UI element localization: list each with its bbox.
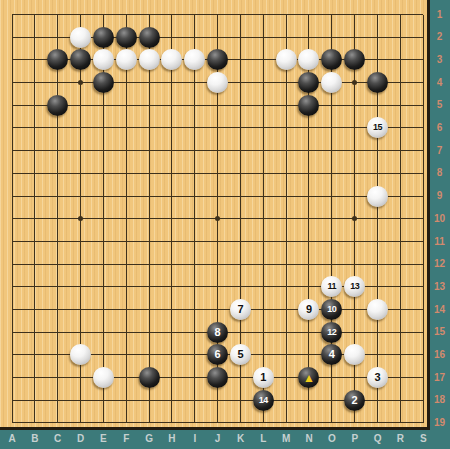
point-E6[interactable] [92, 117, 115, 140]
point-M8[interactable] [275, 162, 298, 185]
point-B13[interactable] [23, 275, 46, 298]
point-Q11[interactable] [366, 230, 389, 253]
point-O9[interactable] [320, 185, 343, 208]
point-L1[interactable] [252, 3, 275, 26]
point-I7[interactable] [183, 139, 206, 162]
point-L12[interactable] [252, 253, 275, 276]
point-N3[interactable] [298, 49, 321, 72]
point-R17[interactable] [389, 366, 412, 389]
point-N17[interactable]: ▲ [298, 366, 321, 389]
point-B4[interactable] [23, 71, 46, 94]
point-D13[interactable] [69, 275, 92, 298]
point-R16[interactable] [389, 344, 412, 367]
point-M6[interactable] [275, 117, 298, 140]
point-R9[interactable] [389, 185, 412, 208]
point-S10[interactable] [412, 207, 430, 230]
point-J19[interactable] [206, 412, 229, 430]
point-I9[interactable] [183, 185, 206, 208]
point-R2[interactable] [389, 26, 412, 49]
point-P14[interactable] [343, 298, 366, 321]
point-L10[interactable] [252, 207, 275, 230]
point-K3[interactable] [229, 49, 252, 72]
point-N14[interactable]: 9 [298, 298, 321, 321]
point-A6[interactable] [1, 117, 24, 140]
point-C10[interactable] [46, 207, 69, 230]
point-M17[interactable] [275, 366, 298, 389]
point-L8[interactable] [252, 162, 275, 185]
point-N7[interactable] [298, 139, 321, 162]
point-F14[interactable] [115, 298, 138, 321]
point-C3[interactable] [46, 49, 69, 72]
point-O11[interactable] [320, 230, 343, 253]
point-P19[interactable] [343, 412, 366, 430]
point-S8[interactable] [412, 162, 430, 185]
point-F12[interactable] [115, 253, 138, 276]
point-R7[interactable] [389, 139, 412, 162]
point-E10[interactable] [92, 207, 115, 230]
point-E4[interactable] [92, 71, 115, 94]
point-G1[interactable] [138, 3, 161, 26]
point-Q9[interactable] [366, 185, 389, 208]
point-M12[interactable] [275, 253, 298, 276]
point-I14[interactable] [183, 298, 206, 321]
point-G4[interactable] [138, 71, 161, 94]
point-P6[interactable] [343, 117, 366, 140]
point-G17[interactable] [138, 366, 161, 389]
point-A12[interactable] [1, 253, 24, 276]
point-R5[interactable] [389, 94, 412, 117]
point-J7[interactable] [206, 139, 229, 162]
point-O6[interactable] [320, 117, 343, 140]
point-H2[interactable] [161, 26, 184, 49]
point-M11[interactable] [275, 230, 298, 253]
point-G18[interactable] [138, 389, 161, 412]
point-L16[interactable] [252, 344, 275, 367]
point-C11[interactable] [46, 230, 69, 253]
point-N15[interactable] [298, 321, 321, 344]
point-A16[interactable] [1, 344, 24, 367]
point-L2[interactable] [252, 26, 275, 49]
point-E14[interactable] [92, 298, 115, 321]
point-K14[interactable]: 7 [229, 298, 252, 321]
point-K17[interactable] [229, 366, 252, 389]
point-K2[interactable] [229, 26, 252, 49]
point-B16[interactable] [23, 344, 46, 367]
point-I18[interactable] [183, 389, 206, 412]
point-R1[interactable] [389, 3, 412, 26]
point-D8[interactable] [69, 162, 92, 185]
point-O15[interactable]: 12 [320, 321, 343, 344]
point-Q12[interactable] [366, 253, 389, 276]
point-E15[interactable] [92, 321, 115, 344]
point-Q8[interactable] [366, 162, 389, 185]
point-F4[interactable] [115, 71, 138, 94]
point-E13[interactable] [92, 275, 115, 298]
point-J9[interactable] [206, 185, 229, 208]
point-H10[interactable] [161, 207, 184, 230]
point-L13[interactable] [252, 275, 275, 298]
point-R14[interactable] [389, 298, 412, 321]
point-C12[interactable] [46, 253, 69, 276]
point-I1[interactable] [183, 3, 206, 26]
point-G12[interactable] [138, 253, 161, 276]
point-C1[interactable] [46, 3, 69, 26]
point-B19[interactable] [23, 412, 46, 430]
point-S18[interactable] [412, 389, 430, 412]
point-N8[interactable] [298, 162, 321, 185]
point-A3[interactable] [1, 49, 24, 72]
point-Q18[interactable] [366, 389, 389, 412]
point-K16[interactable]: 5 [229, 344, 252, 367]
point-P8[interactable] [343, 162, 366, 185]
point-L5[interactable] [252, 94, 275, 117]
point-G19[interactable] [138, 412, 161, 430]
point-D4[interactable] [69, 71, 92, 94]
point-E18[interactable] [92, 389, 115, 412]
point-K10[interactable] [229, 207, 252, 230]
point-Q5[interactable] [366, 94, 389, 117]
point-K18[interactable] [229, 389, 252, 412]
point-S12[interactable] [412, 253, 430, 276]
point-O4[interactable] [320, 71, 343, 94]
point-H12[interactable] [161, 253, 184, 276]
point-I11[interactable] [183, 230, 206, 253]
point-N6[interactable] [298, 117, 321, 140]
point-J8[interactable] [206, 162, 229, 185]
point-H16[interactable] [161, 344, 184, 367]
point-F3[interactable] [115, 49, 138, 72]
point-S3[interactable] [412, 49, 430, 72]
point-H14[interactable] [161, 298, 184, 321]
point-D19[interactable] [69, 412, 92, 430]
point-H5[interactable] [161, 94, 184, 117]
point-O16[interactable]: 4 [320, 344, 343, 367]
point-Q6[interactable]: 15 [366, 117, 389, 140]
point-E17[interactable] [92, 366, 115, 389]
point-D10[interactable] [69, 207, 92, 230]
point-R8[interactable] [389, 162, 412, 185]
point-C8[interactable] [46, 162, 69, 185]
point-L19[interactable] [252, 412, 275, 430]
point-C13[interactable] [46, 275, 69, 298]
point-G10[interactable] [138, 207, 161, 230]
point-F10[interactable] [115, 207, 138, 230]
point-D1[interactable] [69, 3, 92, 26]
point-Q14[interactable] [366, 298, 389, 321]
point-J5[interactable] [206, 94, 229, 117]
point-O18[interactable] [320, 389, 343, 412]
point-G6[interactable] [138, 117, 161, 140]
point-D9[interactable] [69, 185, 92, 208]
point-P15[interactable] [343, 321, 366, 344]
point-H1[interactable] [161, 3, 184, 26]
point-P7[interactable] [343, 139, 366, 162]
point-J15[interactable]: 8 [206, 321, 229, 344]
point-N18[interactable] [298, 389, 321, 412]
point-A5[interactable] [1, 94, 24, 117]
point-S1[interactable] [412, 3, 430, 26]
point-L3[interactable] [252, 49, 275, 72]
point-E7[interactable] [92, 139, 115, 162]
point-E5[interactable] [92, 94, 115, 117]
point-R4[interactable] [389, 71, 412, 94]
point-S19[interactable] [412, 412, 430, 430]
point-S5[interactable] [412, 94, 430, 117]
point-I13[interactable] [183, 275, 206, 298]
point-R18[interactable] [389, 389, 412, 412]
point-K13[interactable] [229, 275, 252, 298]
point-F2[interactable] [115, 26, 138, 49]
point-M18[interactable] [275, 389, 298, 412]
point-S11[interactable] [412, 230, 430, 253]
point-S14[interactable] [412, 298, 430, 321]
point-D15[interactable] [69, 321, 92, 344]
point-P13[interactable]: 13 [343, 275, 366, 298]
point-N1[interactable] [298, 3, 321, 26]
point-Q15[interactable] [366, 321, 389, 344]
point-J16[interactable]: 6 [206, 344, 229, 367]
point-O8[interactable] [320, 162, 343, 185]
point-M15[interactable] [275, 321, 298, 344]
point-J4[interactable] [206, 71, 229, 94]
point-Q17[interactable]: 3 [366, 366, 389, 389]
point-G8[interactable] [138, 162, 161, 185]
point-I19[interactable] [183, 412, 206, 430]
point-B6[interactable] [23, 117, 46, 140]
point-F8[interactable] [115, 162, 138, 185]
point-B17[interactable] [23, 366, 46, 389]
point-I12[interactable] [183, 253, 206, 276]
point-M9[interactable] [275, 185, 298, 208]
point-J11[interactable] [206, 230, 229, 253]
point-P5[interactable] [343, 94, 366, 117]
point-D2[interactable] [69, 26, 92, 49]
point-D16[interactable] [69, 344, 92, 367]
point-S15[interactable] [412, 321, 430, 344]
point-E9[interactable] [92, 185, 115, 208]
point-B18[interactable] [23, 389, 46, 412]
point-P12[interactable] [343, 253, 366, 276]
point-D5[interactable] [69, 94, 92, 117]
point-I10[interactable] [183, 207, 206, 230]
point-H11[interactable] [161, 230, 184, 253]
point-Q10[interactable] [366, 207, 389, 230]
point-D6[interactable] [69, 117, 92, 140]
point-H9[interactable] [161, 185, 184, 208]
point-Q4[interactable] [366, 71, 389, 94]
point-M13[interactable] [275, 275, 298, 298]
point-S17[interactable] [412, 366, 430, 389]
point-L4[interactable] [252, 71, 275, 94]
point-P3[interactable] [343, 49, 366, 72]
point-G3[interactable] [138, 49, 161, 72]
point-O14[interactable]: 10 [320, 298, 343, 321]
point-C15[interactable] [46, 321, 69, 344]
point-D3[interactable] [69, 49, 92, 72]
point-L9[interactable] [252, 185, 275, 208]
point-C19[interactable] [46, 412, 69, 430]
point-F17[interactable] [115, 366, 138, 389]
point-F11[interactable] [115, 230, 138, 253]
point-Q19[interactable] [366, 412, 389, 430]
point-M19[interactable] [275, 412, 298, 430]
point-F13[interactable] [115, 275, 138, 298]
point-G16[interactable] [138, 344, 161, 367]
point-M1[interactable] [275, 3, 298, 26]
point-S7[interactable] [412, 139, 430, 162]
point-P9[interactable] [343, 185, 366, 208]
point-G2[interactable] [138, 26, 161, 49]
point-A19[interactable] [1, 412, 24, 430]
point-E8[interactable] [92, 162, 115, 185]
point-O3[interactable] [320, 49, 343, 72]
point-R19[interactable] [389, 412, 412, 430]
point-E19[interactable] [92, 412, 115, 430]
point-S13[interactable] [412, 275, 430, 298]
point-H7[interactable] [161, 139, 184, 162]
point-Q1[interactable] [366, 3, 389, 26]
point-Q13[interactable] [366, 275, 389, 298]
point-I2[interactable] [183, 26, 206, 49]
point-N2[interactable] [298, 26, 321, 49]
point-O19[interactable] [320, 412, 343, 430]
point-R3[interactable] [389, 49, 412, 72]
point-L6[interactable] [252, 117, 275, 140]
point-H8[interactable] [161, 162, 184, 185]
point-P2[interactable] [343, 26, 366, 49]
point-O17[interactable] [320, 366, 343, 389]
point-D11[interactable] [69, 230, 92, 253]
point-B10[interactable] [23, 207, 46, 230]
point-I5[interactable] [183, 94, 206, 117]
point-H19[interactable] [161, 412, 184, 430]
point-A2[interactable] [1, 26, 24, 49]
point-A13[interactable] [1, 275, 24, 298]
point-E3[interactable] [92, 49, 115, 72]
point-I16[interactable] [183, 344, 206, 367]
point-C17[interactable] [46, 366, 69, 389]
point-M4[interactable] [275, 71, 298, 94]
point-I15[interactable] [183, 321, 206, 344]
point-G9[interactable] [138, 185, 161, 208]
point-H17[interactable] [161, 366, 184, 389]
point-H3[interactable] [161, 49, 184, 72]
point-F19[interactable] [115, 412, 138, 430]
point-C16[interactable] [46, 344, 69, 367]
point-N5[interactable] [298, 94, 321, 117]
point-S2[interactable] [412, 26, 430, 49]
point-C6[interactable] [46, 117, 69, 140]
point-S16[interactable] [412, 344, 430, 367]
point-Q2[interactable] [366, 26, 389, 49]
point-H15[interactable] [161, 321, 184, 344]
point-B15[interactable] [23, 321, 46, 344]
point-M2[interactable] [275, 26, 298, 49]
point-E16[interactable] [92, 344, 115, 367]
point-B8[interactable] [23, 162, 46, 185]
point-R10[interactable] [389, 207, 412, 230]
point-E1[interactable] [92, 3, 115, 26]
point-G15[interactable] [138, 321, 161, 344]
point-I8[interactable] [183, 162, 206, 185]
point-K7[interactable] [229, 139, 252, 162]
point-C4[interactable] [46, 71, 69, 94]
point-E2[interactable] [92, 26, 115, 49]
point-O2[interactable] [320, 26, 343, 49]
point-K4[interactable] [229, 71, 252, 94]
point-N19[interactable] [298, 412, 321, 430]
point-N16[interactable] [298, 344, 321, 367]
point-G13[interactable] [138, 275, 161, 298]
point-K1[interactable] [229, 3, 252, 26]
point-G5[interactable] [138, 94, 161, 117]
point-N11[interactable] [298, 230, 321, 253]
point-P18[interactable]: 2 [343, 389, 366, 412]
point-J2[interactable] [206, 26, 229, 49]
point-J14[interactable] [206, 298, 229, 321]
point-R6[interactable] [389, 117, 412, 140]
point-G7[interactable] [138, 139, 161, 162]
point-C2[interactable] [46, 26, 69, 49]
point-J12[interactable] [206, 253, 229, 276]
point-G11[interactable] [138, 230, 161, 253]
point-S6[interactable] [412, 117, 430, 140]
point-F1[interactable] [115, 3, 138, 26]
point-C5[interactable] [46, 94, 69, 117]
point-C7[interactable] [46, 139, 69, 162]
point-O7[interactable] [320, 139, 343, 162]
point-I4[interactable] [183, 71, 206, 94]
point-Q7[interactable] [366, 139, 389, 162]
point-K8[interactable] [229, 162, 252, 185]
point-N4[interactable] [298, 71, 321, 94]
point-A8[interactable] [1, 162, 24, 185]
point-F7[interactable] [115, 139, 138, 162]
point-F9[interactable] [115, 185, 138, 208]
point-M10[interactable] [275, 207, 298, 230]
point-A17[interactable] [1, 366, 24, 389]
point-L18[interactable]: 14 [252, 389, 275, 412]
point-I3[interactable] [183, 49, 206, 72]
point-B14[interactable] [23, 298, 46, 321]
point-B9[interactable] [23, 185, 46, 208]
point-S4[interactable] [412, 71, 430, 94]
point-O1[interactable] [320, 3, 343, 26]
point-J17[interactable] [206, 366, 229, 389]
point-N9[interactable] [298, 185, 321, 208]
point-K9[interactable] [229, 185, 252, 208]
point-C9[interactable] [46, 185, 69, 208]
point-F5[interactable] [115, 94, 138, 117]
point-K5[interactable] [229, 94, 252, 117]
point-D18[interactable] [69, 389, 92, 412]
point-A4[interactable] [1, 71, 24, 94]
point-O10[interactable] [320, 207, 343, 230]
point-K11[interactable] [229, 230, 252, 253]
point-E11[interactable] [92, 230, 115, 253]
point-M5[interactable] [275, 94, 298, 117]
point-I17[interactable] [183, 366, 206, 389]
point-F15[interactable] [115, 321, 138, 344]
point-B5[interactable] [23, 94, 46, 117]
point-E12[interactable] [92, 253, 115, 276]
point-R13[interactable] [389, 275, 412, 298]
point-K12[interactable] [229, 253, 252, 276]
point-M3[interactable] [275, 49, 298, 72]
point-H18[interactable] [161, 389, 184, 412]
point-B2[interactable] [23, 26, 46, 49]
point-N10[interactable] [298, 207, 321, 230]
